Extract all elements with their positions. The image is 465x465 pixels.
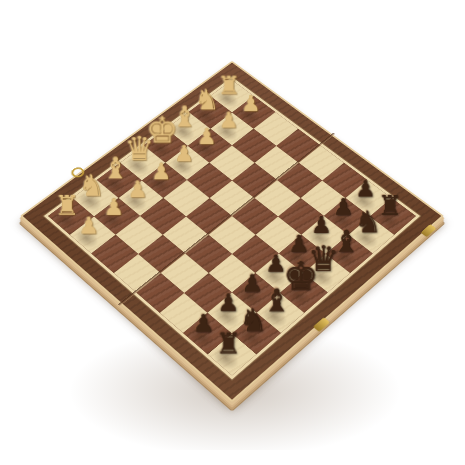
white-pawn-piece: ♟: [42, 214, 136, 237]
board-squares: ♜♟♟♜♞♟♟♞♝♟♟♝♚♟♟♛♛♟♟♚♝♟♟♝♞♟♟♞♜♟♟♜: [48, 80, 416, 376]
product-photo: ♜♟♟♜♞♟♟♞♝♟♟♝♚♟♟♛♛♟♟♚♝♟♟♝♞♟♟♞♜♟♟♜: [0, 0, 465, 465]
chess-board: ♜♟♟♜♞♟♟♞♝♟♟♝♚♟♟♛♛♟♟♚♝♟♟♝♞♟♟♞♜♟♟♜: [20, 61, 444, 403]
black-rook-piece: ♜: [178, 328, 278, 357]
scene: ♜♟♟♜♞♟♟♞♝♟♟♝♚♟♟♛♛♟♟♚♝♟♟♝♞♟♟♞♜♟♟♜: [0, 0, 465, 465]
